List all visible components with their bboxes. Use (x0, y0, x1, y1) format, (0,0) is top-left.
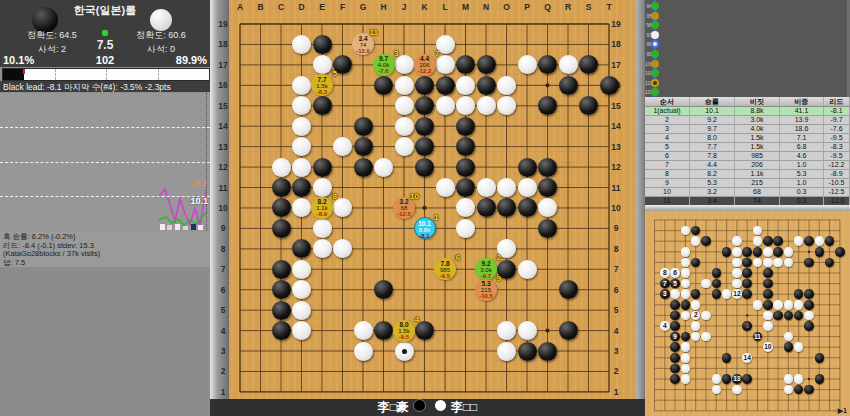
player-bar: 李□豪李□□ (210, 399, 645, 416)
black-stone-mini (742, 374, 752, 384)
table-row[interactable]: 39.74.0k18.6-7.6 (645, 125, 850, 134)
black-stone-Q11 (538, 178, 557, 197)
bar-quarter-line (55, 69, 56, 80)
white-player-name: 李□□ (451, 400, 478, 414)
suggestion-lead: -12.0 (352, 48, 374, 54)
white-stone-mini (763, 247, 773, 257)
black-stone-mini (773, 236, 783, 246)
coord-letter: L (439, 2, 451, 12)
table-cell-value: 41.1 (795, 107, 809, 114)
coord-number-right: 17 (609, 60, 623, 70)
table-cell-value: 6 (665, 152, 669, 159)
suggestion-N7[interactable]: 9.23.0k-9.72 (475, 258, 497, 280)
table-row[interactable]: 88.21.1k5.3-8.9 (645, 170, 850, 179)
graph-gridline (0, 127, 210, 128)
table-cell: 1(actual) (645, 107, 690, 115)
black-stone-C11 (272, 178, 291, 197)
coord-number-right: 3 (609, 346, 623, 356)
black-stone-R6 (559, 280, 578, 299)
white-stone-mini (732, 385, 742, 395)
coord-letter: F (337, 2, 349, 12)
suggestion-L7[interactable]: 7.8985-9.56 (434, 258, 456, 280)
white-stone-J17 (395, 55, 414, 74)
white-stone-H12 (374, 158, 393, 177)
white-stone-N11 (477, 178, 496, 197)
table-cell: 0.3 (780, 188, 824, 196)
white-stone-mini (773, 258, 783, 268)
suggestion-lead: -12.2 (414, 68, 436, 74)
graph-current-move-cursor (206, 93, 207, 231)
tree-move-node-99[interactable] (651, 50, 659, 58)
table-cell-value: 0.3 (797, 188, 807, 195)
candidate-move-table[interactable]: 순서승률비짓비중리드1(actual)10.18.8k41.1-8.129.23… (645, 97, 850, 196)
variation-board[interactable]: 1234567891011121314 ▶1 (645, 205, 850, 416)
white-stone-J14 (395, 117, 414, 136)
table-cell-value: -7.6 (830, 125, 842, 132)
white-stone-mini (701, 332, 711, 342)
table-cell-value: 1.0 (797, 161, 807, 168)
tree-move-node-95[interactable] (651, 12, 659, 20)
table-cell: 7.1 (780, 134, 824, 142)
coord-number-left: 16 (216, 80, 230, 90)
white-stone-mini (712, 374, 722, 384)
table-cell-value: 1.1k (750, 170, 763, 177)
table-cell: -8.1 (824, 107, 850, 115)
coord-number-right: 19 (609, 19, 623, 29)
suggestion-E16[interactable]: 7.71.5k-8.35 (311, 74, 333, 96)
left-info-panel: 한국(일본)룰 7.5 정확도: 64.5 정확도: 60.6 사석: 2 사석… (0, 0, 210, 416)
white-stone-E17 (313, 55, 332, 74)
winrate-row: 10.1% 102 89.9% (0, 54, 210, 67)
black-stone-P3 (518, 342, 537, 361)
table-cell-value: 11 (663, 197, 670, 204)
coord-letter: C (275, 2, 287, 12)
black-stone-N10 (477, 198, 496, 217)
black-player-name: 李□豪 (378, 400, 409, 414)
suggestion-lead: -7.6 (373, 68, 395, 74)
table-cell-value: 74 (753, 197, 761, 204)
table-cell: 3.4 (690, 197, 735, 205)
table-cell-value: 8 (665, 170, 669, 177)
black-stone-mini (670, 342, 680, 352)
black-stone-mini (701, 236, 711, 246)
white-stone-mini (784, 300, 794, 310)
suggestion-rank: 7 (435, 49, 439, 58)
coord-number-right: 10 (609, 203, 623, 213)
coord-letter: R (562, 2, 574, 12)
table-cell-value: 5 (665, 143, 669, 150)
white-stone-mini (691, 300, 701, 310)
black-stone-G14 (354, 117, 373, 136)
coord-letter: N (480, 2, 492, 12)
suggestion-J4[interactable]: 8.01.5k-9.54 (393, 320, 415, 342)
coord-number-left: 9 (216, 223, 230, 233)
table-cell: 8.0 (690, 134, 735, 142)
table-row[interactable]: 67.89854.6-9.5 (645, 152, 850, 161)
black-stone-M11 (456, 178, 475, 197)
suggestion-winrate: 9.7 (373, 55, 395, 62)
table-cell-value: 3.4 (707, 197, 717, 204)
suggestion-winrate: 8.0 (393, 321, 415, 328)
table-cell: 9 (645, 179, 690, 187)
coord-letter: A (234, 2, 246, 12)
suggestion-lead: -9.5 (434, 273, 456, 279)
table-cell-value: 3.0k (750, 116, 763, 123)
table-header[interactable]: 비중 (780, 97, 824, 106)
table-cell: -10.5 (824, 179, 850, 187)
coord-letter: Q (542, 2, 554, 12)
komi-indicator-icon (102, 30, 108, 36)
table-cell-value: 215 (751, 179, 763, 186)
table-cell-value: 9.7 (707, 125, 717, 132)
black-stone-C7 (272, 260, 291, 279)
variation-move-number: 1 (741, 322, 753, 330)
coord-number-left: 17 (216, 60, 230, 70)
black-stone-mini (815, 374, 825, 384)
table-cell-value: 10.1 (705, 107, 719, 114)
coord-letter: E (316, 2, 328, 12)
table-cell: 13.9 (780, 116, 824, 124)
table-row[interactable]: 95.32151.0-10.5 (645, 179, 850, 188)
white-stone-C12 (272, 158, 291, 177)
table-cell: -9.5 (824, 152, 850, 160)
white-stone-mini (681, 353, 691, 363)
black-stone-M13 (456, 137, 475, 156)
black-stone-mini (712, 289, 722, 299)
black-stone-mini (753, 247, 763, 257)
suggestion-lead: -9.5 (393, 334, 415, 340)
stat-engine: (KataGo28blocks / 37k visits) (3, 250, 210, 259)
coord-letter: P (521, 2, 533, 12)
table-cell: 3 (645, 125, 690, 133)
suggestion-rank: 10 (410, 192, 419, 201)
suggestion-rank: 9 (497, 274, 501, 283)
coord-number-right: 11 (609, 183, 623, 193)
table-cell: -9.7 (824, 116, 850, 124)
table-cell: 9.2 (690, 116, 735, 124)
black-stone-mini (670, 374, 680, 384)
variation-move-number: 10 (762, 343, 774, 351)
black-stone-G12 (354, 158, 373, 177)
tree-move-node-100[interactable] (651, 60, 659, 68)
suggestion-J10[interactable]: 3.268-12.510 (393, 197, 415, 219)
black-stone-mini (804, 385, 814, 395)
white-stone-mini (732, 247, 742, 257)
table-cell: 1.0 (780, 161, 824, 169)
white-stone-P11 (518, 178, 537, 197)
suggestion-rank: 11 (370, 28, 378, 37)
variation-move-number: 11 (752, 333, 764, 341)
table-header-row[interactable]: 순서승률비짓비중리드 (645, 97, 850, 107)
black-stone-G13 (354, 137, 373, 156)
table-cell: 0.3 (780, 197, 824, 205)
table-cell-value: 1(actual) (653, 107, 680, 114)
suggestion-winrate: 4.4 (414, 55, 436, 62)
table-cell: 8.2 (690, 170, 735, 178)
white-stone-D4 (292, 321, 311, 340)
black-stone-E15 (313, 96, 332, 115)
black-stone-C9 (272, 219, 291, 238)
table-cell-value: -9.5 (830, 152, 842, 159)
table-row[interactable]: 103.2680.3-12.5 (645, 188, 850, 197)
black-stone-H4 (374, 321, 393, 340)
white-stone-mini (681, 268, 691, 278)
variation-move-number: 2 (690, 311, 702, 319)
tree-move-node-101[interactable] (651, 69, 659, 77)
table-header[interactable]: 순서 (645, 97, 690, 106)
black-stone-Q9 (538, 219, 557, 238)
tree-move-node-102[interactable] (651, 79, 659, 87)
tree-move-node-103[interactable] (651, 88, 659, 96)
coord-number-left: 14 (216, 121, 230, 131)
table-header[interactable]: 승률 (690, 97, 735, 106)
coord-number-left: 13 (216, 142, 230, 152)
coord-letter: T (603, 2, 615, 12)
black-stone-C5 (272, 301, 291, 320)
suggestion-rank: 3 (394, 49, 398, 58)
table-cell-value: -8.3 (830, 143, 842, 150)
black-stone-mini (804, 289, 814, 299)
table-cell-value: 4.4 (707, 161, 717, 168)
suggestion-rank: 4 (415, 315, 419, 324)
table-cell-value: -12.0 (829, 197, 845, 204)
variation-marker: ▶1 (838, 407, 847, 415)
table-row[interactable]: 74.42061.0-12.2 (645, 161, 850, 170)
table-row[interactable]: 48.01.5k7.1-9.5 (645, 134, 850, 143)
go-analysis-app: 한국(일본)룰 7.5 정확도: 64.5 정확도: 60.6 사석: 2 사석… (0, 0, 850, 416)
table-cell: 215 (735, 179, 780, 187)
suggestion-winrate: 7.7 (311, 76, 333, 83)
black-stone-mini (763, 300, 773, 310)
white-stone-mini (773, 300, 783, 310)
table-cell-value: 7.7 (707, 143, 717, 150)
table-cell-value: 1.5k (750, 134, 763, 141)
tree-move-node-97[interactable] (651, 31, 659, 39)
white-stone-mini (763, 311, 773, 321)
suggestion-G18[interactable]: 3.474-12.011 (352, 33, 374, 55)
coord-letter: D (296, 2, 308, 12)
table-cell-value: 7 (665, 161, 669, 168)
black-stone-mini (784, 342, 794, 352)
table-header[interactable]: 리드 (824, 97, 850, 106)
suggestion-K9[interactable]: 10.18.8k-8.11 (414, 217, 436, 239)
white-stone-mini (763, 321, 773, 331)
coord-number-right: 6 (609, 285, 623, 295)
coord-letter: H (378, 2, 390, 12)
table-cell: 4.6 (780, 152, 824, 160)
table-cell: -8.9 (824, 170, 850, 178)
white-stone-mini (753, 300, 763, 310)
white-stone-mini (784, 374, 794, 384)
black-stone-mini (722, 247, 732, 257)
black-stone-P12 (518, 158, 537, 177)
black-stone-mini (804, 321, 814, 331)
coord-letter: S (583, 2, 595, 12)
black-stone-R4 (559, 321, 578, 340)
white-accuracy: 정확도: 60.6 (118, 29, 204, 42)
table-cell: 18.6 (780, 125, 824, 133)
table-cell-value: 8.8k (750, 107, 763, 114)
suggestion-rank: 5 (333, 69, 337, 78)
black-stone-C10 (272, 198, 291, 217)
table-row[interactable]: 29.23.0k13.9-9.7 (645, 116, 850, 125)
black-stone-mini (763, 236, 773, 246)
table-cell: 206 (735, 161, 780, 169)
black-stone-mini (773, 247, 783, 257)
table-cell-value: 4.6 (797, 152, 807, 159)
coord-number-left: 8 (216, 244, 230, 254)
white-stone-mini (670, 289, 680, 299)
suggestion-winrate: 8.2 (311, 198, 333, 205)
table-cell: 1.5k (735, 134, 780, 142)
suggestion-winrate: 7.8 (434, 260, 456, 267)
white-stone-mini (815, 236, 825, 246)
coord-number-right: 2 (609, 366, 623, 376)
white-stone-mini (681, 374, 691, 384)
table-cell-value: -9.5 (830, 134, 842, 141)
white-stone-R17 (559, 55, 578, 74)
table-cell-value: 3.2 (707, 188, 717, 195)
black-stone-mini (742, 268, 752, 278)
coord-number-right: 12 (609, 162, 623, 172)
white-stone-icon (434, 399, 447, 412)
table-cell: -12.2 (824, 161, 850, 169)
coord-number-right: 18 (609, 39, 623, 49)
coord-number-left: 5 (216, 305, 230, 315)
white-stone-L17 (436, 55, 455, 74)
coord-number-left: 1 (216, 387, 230, 397)
table-cell: 41.1 (780, 107, 824, 115)
coord-letter: K (419, 2, 431, 12)
white-stone-M9 (456, 219, 475, 238)
suggestion-lead: -8.1 (415, 233, 435, 239)
white-stone-E8 (313, 239, 332, 258)
variation-move-number: 5 (669, 280, 681, 288)
winrate-graph[interactable]: -8.1 10.1 (0, 93, 210, 231)
white-stone-D16 (292, 76, 311, 95)
black-stone-Q12 (538, 158, 557, 177)
table-cell: 10 (645, 188, 690, 196)
graph-gridline (0, 162, 210, 163)
white-stone-mini (701, 279, 711, 289)
table-cell: 5.3 (780, 170, 824, 178)
white-stone-D5 (292, 301, 311, 320)
table-cell: 8 (645, 170, 690, 178)
stat-komi: 덤: 7.5 (3, 259, 210, 268)
black-stone-T16 (600, 76, 619, 95)
black-stone-mini (742, 289, 752, 299)
winrate-bar (2, 68, 210, 81)
table-cell: 6 (645, 152, 690, 160)
coord-number-left: 6 (216, 285, 230, 295)
black-stone-mini (670, 300, 680, 310)
white-stone-P17 (518, 55, 537, 74)
white-stone-O11 (497, 178, 516, 197)
table-cell: 74 (735, 197, 780, 205)
table-cell: -8.3 (824, 143, 850, 151)
tree-move-node-98[interactable] (651, 40, 659, 48)
table-cell-value: 7.1 (797, 134, 807, 141)
black-stone-mini (670, 353, 680, 363)
table-cell-value: 1.0 (797, 179, 807, 186)
table-cell: -7.6 (824, 125, 850, 133)
table-cell: -9.5 (824, 134, 850, 142)
coord-number-left: 4 (216, 326, 230, 336)
coord-number-left: 18 (216, 39, 230, 49)
black-stone-mini (835, 247, 845, 257)
table-cell-value: 4.0k (750, 125, 763, 132)
black-stone-mini (815, 247, 825, 257)
variation-move-number: 12 (731, 290, 743, 298)
black-stone-K13 (415, 137, 434, 156)
table-row[interactable]: 57.71.5k6.8-8.3 (645, 143, 850, 152)
white-stone-D13 (292, 137, 311, 156)
white-stone-P7 (518, 260, 537, 279)
table-cell-value: -9.7 (830, 116, 842, 123)
coord-number-right: 4 (609, 326, 623, 336)
black-stone-mini (670, 311, 680, 321)
black-stone-K14 (415, 117, 434, 136)
black-stone-mini (763, 279, 773, 289)
black-stone-R16 (559, 76, 578, 95)
tree-move-node-94[interactable] (651, 2, 659, 10)
graph-winrate-label: 10.1 (190, 196, 208, 206)
black-stone-mini (742, 247, 752, 257)
coord-letter: G (357, 2, 369, 12)
table-cell-value: 7.8 (707, 152, 717, 159)
black-stone-mini (742, 258, 752, 268)
variation-move-number: 6 (669, 269, 681, 277)
coord-number-right: 9 (609, 223, 623, 233)
white-stone-mini (804, 311, 814, 321)
white-stone-J15 (395, 96, 414, 115)
table-cell-value: 5.3 (797, 170, 807, 177)
table-cell-value: 10 (663, 188, 671, 195)
black-stone-mini (712, 268, 722, 278)
white-stone-D12 (292, 158, 311, 177)
table-cell-value: 4 (665, 134, 669, 141)
white-stone-mini (701, 311, 711, 321)
suggestion-N6[interactable]: 5.3215-10.59 (475, 279, 497, 301)
table-cell: 6.8 (780, 143, 824, 151)
table-cell: 1.0 (780, 179, 824, 187)
suggestion-K17[interactable]: 4.4206-12.27 (414, 54, 436, 76)
suggestion-H17[interactable]: 9.74.0k-7.63 (373, 54, 395, 76)
table-cell: 1.1k (735, 170, 780, 178)
variation-move-number: 14 (741, 354, 753, 362)
suggestion-lead: -9.7 (475, 273, 497, 279)
table-header[interactable]: 비짓 (735, 97, 780, 106)
suggestion-E10[interactable]: 8.21.1k-8.98 (311, 197, 333, 219)
table-cell-value: -10.5 (829, 179, 845, 186)
white-stone-F13 (333, 137, 352, 156)
main-board[interactable]: ABCDEFGHJKLMNOPQRST191918181717161615151… (210, 0, 645, 416)
white-stone-mini (763, 258, 773, 268)
table-cell-value: 985 (751, 152, 763, 159)
black-stone-H16 (374, 76, 393, 95)
left-panel-filler (0, 267, 210, 416)
table-cell-value: 6.8 (797, 143, 807, 150)
table-row[interactable]: 1(actual)10.18.8k41.1-8.1 (645, 107, 850, 116)
black-stone-mini (670, 321, 680, 331)
black-stone-E12 (313, 158, 332, 177)
table-cell: 10.1 (690, 107, 735, 115)
tree-move-node-96[interactable] (651, 21, 659, 29)
scoreboard: 한국(일본)룰 7.5 정확도: 64.5 정확도: 60.6 사석: 2 사석… (0, 0, 210, 54)
coord-number-right: 7 (609, 264, 623, 274)
move-tree[interactable]: 949596979899100101102103 (645, 0, 850, 97)
black-stone-N17 (477, 55, 496, 74)
